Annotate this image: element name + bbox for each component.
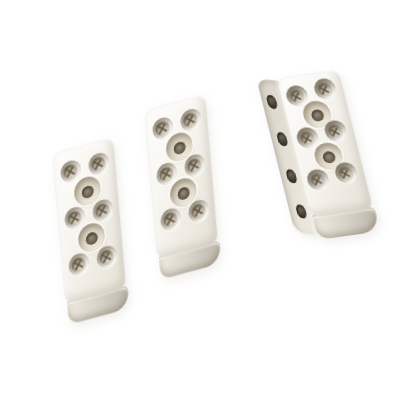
cavity-inner-hole: [81, 184, 94, 200]
wire-entry-hole: [285, 169, 298, 184]
screw-recess: [304, 168, 330, 191]
screw-recess: [294, 126, 320, 149]
block-top-face: [53, 138, 126, 304]
phillips-screw-head: [159, 165, 174, 183]
phillips-screw-head: [183, 111, 198, 129]
block-top-face: [145, 95, 218, 259]
screw-recess: [312, 77, 338, 100]
terminal-block-right: [277, 70, 378, 239]
cavity-inner-hole: [321, 151, 336, 165]
product-photo: [0, 0, 400, 400]
wire-entry-hole: [295, 204, 308, 219]
phillips-screw-head: [191, 202, 206, 220]
phillips-screw-head: [289, 90, 305, 104]
wire-entry-hole: [266, 95, 279, 110]
phillips-screw-head: [327, 125, 343, 139]
phillips-screw-head: [317, 83, 333, 97]
phillips-screw-head: [95, 202, 110, 220]
terminal-block-left: [53, 138, 128, 324]
cavity-inner-hole: [177, 186, 190, 202]
phillips-screw-head: [71, 256, 86, 274]
phillips-screw-head: [163, 211, 178, 229]
phillips-screw-head: [310, 174, 326, 188]
screw-recess: [87, 150, 109, 177]
screw-recess: [63, 204, 85, 231]
phillips-screw-head: [299, 132, 315, 146]
phillips-screw-head: [338, 167, 354, 181]
cavity-inner-hole: [310, 109, 325, 123]
phillips-screw-head: [63, 163, 78, 181]
phillips-screw-head: [91, 155, 106, 173]
phillips-screw-head: [67, 209, 82, 227]
screw-recess: [67, 251, 89, 278]
phillips-screw-head: [99, 248, 114, 266]
terminal-block-middle: [145, 95, 220, 279]
wire-entry-hole: [276, 132, 289, 147]
screw-recess: [159, 206, 181, 233]
screw-recess: [179, 106, 201, 133]
cavity-inner-hole: [173, 140, 186, 156]
cavity-inner-hole: [85, 231, 98, 247]
phillips-screw-head: [187, 157, 202, 175]
phillips-screw-head: [155, 120, 170, 138]
screw-recess: [59, 158, 81, 185]
